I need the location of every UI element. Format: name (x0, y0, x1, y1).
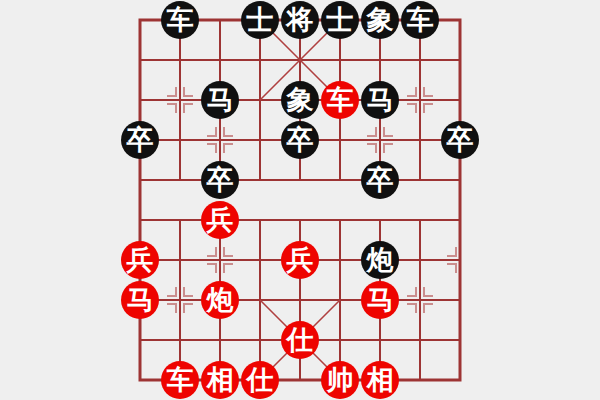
piece-black-chariot[interactable]: 车 (401, 1, 439, 39)
piece-black-horse[interactable]: 马 (361, 81, 399, 119)
piece-black-advisor[interactable]: 士 (241, 1, 279, 39)
piece-red-elephant[interactable]: 相 (361, 361, 399, 399)
piece-red-chariot[interactable]: 车 (161, 361, 199, 399)
board-grid: 车士将士象车马象车马卒卒卒卒卒兵兵兵炮马炮马仕车相仕帅相 (120, 0, 480, 400)
piece-black-soldier[interactable]: 卒 (281, 121, 319, 159)
piece-black-cannon[interactable]: 炮 (361, 241, 399, 279)
piece-black-elephant[interactable]: 象 (361, 1, 399, 39)
xiangqi-board[interactable]: 车士将士象车马象车马卒卒卒卒卒兵兵兵炮马炮马仕车相仕帅相 (120, 0, 480, 400)
piece-red-chariot[interactable]: 车 (321, 81, 359, 119)
piece-black-horse[interactable]: 马 (201, 81, 239, 119)
piece-black-soldier[interactable]: 卒 (201, 161, 239, 199)
xiangqi-app: 车士将士象车马象车马卒卒卒卒卒兵兵兵炮马炮马仕车相仕帅相 (0, 0, 600, 400)
piece-red-soldier[interactable]: 兵 (121, 241, 159, 279)
piece-black-soldier[interactable]: 卒 (121, 121, 159, 159)
piece-red-soldier[interactable]: 兵 (201, 201, 239, 239)
piece-black-soldier[interactable]: 卒 (361, 161, 399, 199)
piece-black-general[interactable]: 将 (281, 1, 319, 39)
piece-black-advisor[interactable]: 士 (321, 1, 359, 39)
piece-red-general[interactable]: 帅 (321, 361, 359, 399)
piece-red-soldier[interactable]: 兵 (281, 241, 319, 279)
piece-red-horse[interactable]: 马 (121, 281, 159, 319)
piece-red-advisor[interactable]: 仕 (241, 361, 279, 399)
piece-red-horse[interactable]: 马 (361, 281, 399, 319)
piece-red-elephant[interactable]: 相 (201, 361, 239, 399)
piece-red-advisor[interactable]: 仕 (281, 321, 319, 359)
piece-black-chariot[interactable]: 车 (161, 1, 199, 39)
piece-red-cannon[interactable]: 炮 (201, 281, 239, 319)
piece-black-soldier[interactable]: 卒 (441, 121, 479, 159)
piece-black-elephant[interactable]: 象 (281, 81, 319, 119)
